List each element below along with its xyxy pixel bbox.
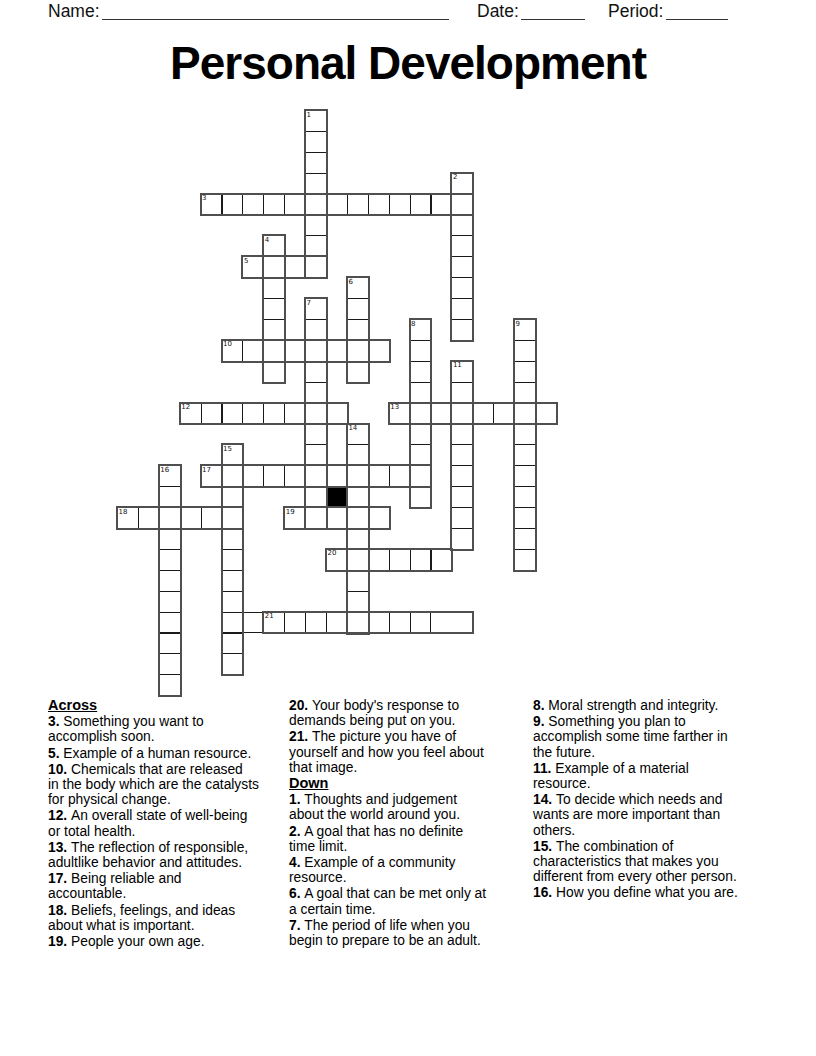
- worksheet-page: { "game": "crossword", "title": "Persona…: [0, 0, 816, 1056]
- cell-r22-c11[interactable]: [347, 570, 369, 592]
- cell-r18-c16[interactable]: [451, 486, 473, 508]
- clue-12-line-1: 12. An overall state of well-being: [48, 808, 290, 823]
- cell-r4-c6[interactable]: [242, 194, 264, 216]
- cell-r13-c19[interactable]: [514, 382, 536, 404]
- clue-9-line-1: 9. Something you plan to: [533, 714, 779, 729]
- cell-r11-c12[interactable]: [368, 340, 390, 362]
- clue-7-line-2: begin to prepare to be an adult.: [289, 933, 527, 948]
- cell-r17-c13[interactable]: [389, 465, 411, 487]
- clue-number-21: 21: [265, 613, 274, 620]
- cell-r17-c9[interactable]: [305, 465, 327, 487]
- clue-17-line-2: accountable.: [48, 886, 290, 901]
- cell-r7-c8[interactable]: [284, 256, 306, 278]
- cell-r19-c11[interactable]: [347, 507, 369, 529]
- clue-2-line-1: 2. A goal that has no definite: [289, 824, 527, 839]
- cell-r19-c1[interactable]: [138, 507, 160, 529]
- cell-r23-c11[interactable]: [347, 591, 369, 613]
- clue-21-line-3: that image.: [289, 760, 527, 775]
- cell-r22-c5[interactable]: [222, 570, 244, 592]
- cell-r3-c9[interactable]: [305, 173, 327, 195]
- cell-r14-c17[interactable]: [472, 403, 494, 425]
- cell-r4-c12[interactable]: [368, 194, 390, 216]
- cell-r19-c9[interactable]: [305, 507, 327, 529]
- cell-r2-c9[interactable]: [305, 152, 327, 174]
- clue-number-20: 20: [328, 550, 337, 557]
- cell-r15-c14[interactable]: [410, 424, 432, 446]
- cell-r24-c10[interactable]: [326, 612, 348, 634]
- cell-r14-c19[interactable]: [514, 403, 536, 425]
- cell-r17-c11[interactable]: [347, 465, 369, 487]
- clue-11: 11. Example of a materialresource.: [533, 761, 779, 791]
- clue-18: 18. Beliefs, feelings, and ideasabout wh…: [48, 903, 290, 933]
- cell-r17-c14[interactable]: [410, 465, 432, 487]
- cell-r20-c19[interactable]: [514, 528, 536, 550]
- cell-r24-c14[interactable]: [410, 612, 432, 634]
- clue-21-line-1: 21. The picture you have of: [289, 729, 527, 744]
- clue-20: 20. Your body's response todemands being…: [289, 698, 527, 728]
- clue-21-line-2: yourself and how you feel about: [289, 745, 527, 760]
- cell-r4-c11[interactable]: [347, 194, 369, 216]
- clue-number-7: 7: [307, 300, 311, 307]
- cell-r4-c9[interactable]: [305, 194, 327, 216]
- cell-r4-c10[interactable]: [326, 194, 348, 216]
- cell-r4-c13[interactable]: [389, 194, 411, 216]
- clue-3: 3. Something you want toaccomplish soon.: [48, 714, 290, 744]
- cell-r4-c5[interactable]: [222, 194, 244, 216]
- page-title: Personal Development: [0, 36, 816, 90]
- cell-r24-c13[interactable]: [389, 612, 411, 634]
- cell-r8-c16[interactable]: [451, 277, 473, 299]
- cell-r14-c18[interactable]: [493, 403, 515, 425]
- clue-18-line-2: about what is important.: [48, 918, 290, 933]
- cell-r20-c11[interactable]: [347, 528, 369, 550]
- cell-r17-c6[interactable]: [242, 465, 264, 487]
- clue-list-header-across: Across: [48, 698, 290, 713]
- clue-4: 4. Example of a communityresource.: [289, 855, 527, 885]
- cell-r25-c2[interactable]: [159, 633, 181, 655]
- clue-4-line-2: resource.: [289, 870, 527, 885]
- cell-r21-c19[interactable]: [514, 549, 536, 571]
- cell-r18-c14[interactable]: [410, 486, 432, 508]
- clue-18-line-1: 18. Beliefs, feelings, and ideas: [48, 903, 290, 918]
- cell-r18-c19[interactable]: [514, 486, 536, 508]
- name-label: Name:: [48, 1, 100, 22]
- cell-r7-c9[interactable]: [305, 256, 327, 278]
- cell-r26-c5[interactable]: [222, 653, 244, 675]
- clue-number-3: 3: [202, 195, 206, 202]
- cell-r19-c5[interactable]: [222, 507, 244, 529]
- cell-r21-c13[interactable]: [389, 549, 411, 571]
- cell-r12-c11[interactable]: [347, 361, 369, 383]
- cell-r14-c16[interactable]: [451, 403, 473, 425]
- cell-r19-c16[interactable]: [451, 507, 473, 529]
- cell-r24-c8[interactable]: [284, 612, 306, 634]
- cell-r21-c2[interactable]: [159, 549, 181, 571]
- cell-r19-c2[interactable]: [159, 507, 181, 529]
- cell-r11-c6[interactable]: [242, 340, 264, 362]
- clue-17-line-1: 17. Being reliable and: [48, 871, 290, 886]
- cell-r21-c14[interactable]: [410, 549, 432, 571]
- clue-20-line-2: demands being put on you.: [289, 713, 527, 728]
- clue-14: 14. To decide which needs andwants are m…: [533, 792, 779, 838]
- cell-r6-c9[interactable]: [305, 235, 327, 257]
- cell-r13-c9[interactable]: [305, 382, 327, 404]
- clue-16: 16. How you define what you are.: [533, 885, 779, 900]
- cell-r18-c11[interactable]: [347, 486, 369, 508]
- cell-r10-c11[interactable]: [347, 319, 369, 341]
- cell-r15-c16[interactable]: [451, 424, 473, 446]
- clue-number-11: 11: [453, 362, 462, 369]
- cell-r16-c16[interactable]: [451, 444, 473, 466]
- clue-number-9: 9: [516, 321, 520, 328]
- clue-19-line-1: 19. People your own age.: [48, 934, 290, 949]
- clue-16-line-1: 16. How you define what you are.: [533, 885, 779, 900]
- clue-number-19: 19: [286, 509, 295, 516]
- cell-r19-c10[interactable]: [326, 507, 348, 529]
- period-label: Period:: [608, 1, 663, 22]
- cell-r17-c10[interactable]: [326, 465, 348, 487]
- date-label: Date:: [477, 1, 519, 22]
- cell-r14-c20[interactable]: [535, 403, 557, 425]
- cell-r20-c2[interactable]: [159, 528, 181, 550]
- cell-r14-c8[interactable]: [284, 403, 306, 425]
- clue-4-line-1: 4. Example of a community: [289, 855, 527, 870]
- clues-column-1: Across3. Something you want toaccomplish…: [48, 698, 290, 950]
- cell-r27-c2[interactable]: [159, 674, 181, 696]
- clues-column-3: 8. Moral strength and integrity.9. Somet…: [533, 698, 779, 902]
- clue-14-line-2: wants are more important than: [533, 807, 779, 822]
- clue-13-line-1: 13. The reflection of responsible,: [48, 840, 290, 855]
- period-blank-line[interactable]: [666, 19, 728, 20]
- clue-17: 17. Being reliable andaccountable.: [48, 871, 290, 901]
- clue-6-line-1: 6. A goal that can be met only at: [289, 886, 527, 901]
- cell-r4-c15[interactable]: [431, 194, 453, 216]
- clue-20-line-1: 20. Your body's response to: [289, 698, 527, 713]
- cell-r11-c7[interactable]: [263, 340, 285, 362]
- cell-r14-c10[interactable]: [326, 403, 348, 425]
- cell-r5-c9[interactable]: [305, 215, 327, 237]
- cell-r26-c2[interactable]: [159, 653, 181, 675]
- clue-21: 21. The picture you have ofyourself and …: [289, 729, 527, 775]
- cell-r11-c9[interactable]: [305, 340, 327, 362]
- cell-r16-c19[interactable]: [514, 444, 536, 466]
- crossword-grid: 123456789101112131415161718192021: [117, 110, 556, 696]
- clue-13-line-2: adultlike behavior and attitudes.: [48, 855, 290, 870]
- clue-3-line-2: accomplish soon.: [48, 729, 290, 744]
- cell-r13-c16[interactable]: [451, 382, 473, 404]
- cell-r20-c5[interactable]: [222, 528, 244, 550]
- clue-number-1: 1: [307, 112, 311, 119]
- clue-number-8: 8: [411, 321, 415, 328]
- clue-19: 19. People your own age.: [48, 934, 290, 949]
- cell-r11-c8[interactable]: [284, 340, 306, 362]
- cell-r17-c19[interactable]: [514, 465, 536, 487]
- cell-r4-c16[interactable]: [451, 194, 473, 216]
- clue-6: 6. A goal that can be met only ata certa…: [289, 886, 527, 916]
- cell-r14-c4[interactable]: [201, 403, 223, 425]
- clue-number-2: 2: [453, 174, 457, 181]
- cell-r24-c11[interactable]: [347, 612, 369, 634]
- cell-r9-c7[interactable]: [263, 298, 285, 320]
- cell-r7-c16[interactable]: [451, 256, 473, 278]
- cell-r24-c12[interactable]: [368, 612, 390, 634]
- cell-r12-c9[interactable]: [305, 361, 327, 383]
- clue-number-4: 4: [265, 237, 269, 244]
- cell-r4-c14[interactable]: [410, 194, 432, 216]
- cell-r17-c12[interactable]: [368, 465, 390, 487]
- clue-15-line-1: 15. The combination of: [533, 839, 779, 854]
- cell-r17-c8[interactable]: [284, 465, 306, 487]
- cell-r24-c6[interactable]: [242, 612, 264, 634]
- clue-5-line-1: 5. Example of a human resource.: [48, 746, 290, 761]
- clue-number-14: 14: [348, 425, 357, 432]
- clue-number-18: 18: [119, 509, 128, 516]
- cell-r19-c19[interactable]: [514, 507, 536, 529]
- clue-14-line-3: others.: [533, 823, 779, 838]
- clue-number-17: 17: [202, 467, 211, 474]
- cell-r9-c16[interactable]: [451, 298, 473, 320]
- clue-12-line-2: or total health.: [48, 824, 290, 839]
- clue-7-line-1: 7. The period of life when you: [289, 918, 527, 933]
- clue-9-line-2: accomplish some time farther in: [533, 729, 779, 744]
- cell-r7-c7[interactable]: [263, 256, 285, 278]
- cell-r13-c14[interactable]: [410, 382, 432, 404]
- cell-r14-c14[interactable]: [410, 403, 432, 425]
- cell-r16-c9[interactable]: [305, 444, 327, 466]
- clue-8-line-1: 8. Moral strength and integrity.: [533, 698, 779, 713]
- clue-14-line-1: 14. To decide which needs and: [533, 792, 779, 807]
- cell-r18-c5[interactable]: [222, 486, 244, 508]
- cell-r14-c6[interactable]: [242, 403, 264, 425]
- cell-r12-c19[interactable]: [514, 361, 536, 383]
- date-blank-line[interactable]: [521, 19, 585, 20]
- cell-r22-c2[interactable]: [159, 570, 181, 592]
- black-cell-r18-c10: [326, 486, 348, 508]
- cell-r18-c2[interactable]: [159, 486, 181, 508]
- cell-r10-c16[interactable]: [451, 319, 473, 341]
- cell-r4-c7[interactable]: [263, 194, 285, 216]
- cell-r10-c9[interactable]: [305, 319, 327, 341]
- cell-r14-c5[interactable]: [222, 403, 244, 425]
- cell-r11-c10[interactable]: [326, 340, 348, 362]
- cell-r21-c12[interactable]: [368, 549, 390, 571]
- cell-r4-c8[interactable]: [284, 194, 306, 216]
- cell-r8-c7[interactable]: [263, 277, 285, 299]
- cell-r21-c11[interactable]: [347, 549, 369, 571]
- clue-15-line-2: characteristics that makes you: [533, 854, 779, 869]
- clue-number-5: 5: [244, 258, 248, 265]
- clue-list-header-down: Down: [289, 776, 527, 791]
- clue-10-line-1: 10. Chemicals that are released: [48, 762, 290, 777]
- cell-r17-c16[interactable]: [451, 465, 473, 487]
- clue-1-line-1: 1. Thoughts and judgement: [289, 792, 527, 807]
- clue-number-12: 12: [181, 404, 190, 411]
- clue-number-6: 6: [348, 279, 352, 286]
- cell-r9-c11[interactable]: [347, 298, 369, 320]
- cell-r14-c15[interactable]: [431, 403, 453, 425]
- clue-9-line-3: the future.: [533, 745, 779, 760]
- cell-r6-c16[interactable]: [451, 235, 473, 257]
- cell-r5-c16[interactable]: [451, 215, 473, 237]
- clue-11-line-1: 11. Example of a material: [533, 761, 779, 776]
- cell-r11-c14[interactable]: [410, 340, 432, 362]
- clue-12: 12. An overall state of well-beingor tot…: [48, 808, 290, 838]
- clue-2-line-2: time limit.: [289, 839, 527, 854]
- cell-r23-c5[interactable]: [222, 591, 244, 613]
- clue-10: 10. Chemicals that are releasedin the bo…: [48, 762, 290, 808]
- cell-r21-c5[interactable]: [222, 549, 244, 571]
- clue-11-line-2: resource.: [533, 776, 779, 791]
- cell-r12-c14[interactable]: [410, 361, 432, 383]
- name-blank-line[interactable]: [102, 19, 449, 20]
- clue-13: 13. The reflection of responsible,adultl…: [48, 840, 290, 870]
- clue-5: 5. Example of a human resource.: [48, 746, 290, 761]
- cell-r19-c3[interactable]: [180, 507, 202, 529]
- cell-r18-c9[interactable]: [305, 486, 327, 508]
- clue-number-16: 16: [160, 467, 169, 474]
- cell-r11-c11[interactable]: [347, 340, 369, 362]
- cell-r21-c15[interactable]: [431, 549, 453, 571]
- clue-15: 15. The combination ofcharacteristics th…: [533, 839, 779, 885]
- cell-r19-c12[interactable]: [368, 507, 390, 529]
- clues-column-2: 20. Your body's response todemands being…: [289, 698, 527, 949]
- cell-r1-c9[interactable]: [305, 131, 327, 153]
- cell-r23-c2[interactable]: [159, 591, 181, 613]
- clue-8: 8. Moral strength and integrity.: [533, 698, 779, 713]
- cell-r16-c11[interactable]: [347, 444, 369, 466]
- clue-3-line-1: 3. Something you want to: [48, 714, 290, 729]
- clue-number-10: 10: [223, 341, 232, 348]
- clue-10-line-2: in the body which are the catalysts: [48, 777, 290, 792]
- cell-r24-c9[interactable]: [305, 612, 327, 634]
- cell-r10-c7[interactable]: [263, 319, 285, 341]
- cell-r24-c5[interactable]: [222, 612, 244, 634]
- clue-10-line-3: for physical change.: [48, 792, 290, 807]
- clue-number-15: 15: [223, 446, 232, 453]
- cell-r14-c7[interactable]: [263, 403, 285, 425]
- cell-r16-c14[interactable]: [410, 444, 432, 466]
- cell-r12-c7[interactable]: [263, 361, 285, 383]
- clue-1: 1. Thoughts and judgementabout the world…: [289, 792, 527, 822]
- clue-6-line-2: a certain time.: [289, 902, 527, 917]
- cell-r19-c4[interactable]: [201, 507, 223, 529]
- clue-15-line-3: different from every other person.: [533, 869, 779, 884]
- clue-1-line-2: about the world around you.: [289, 807, 527, 822]
- cell-r15-c9[interactable]: [305, 424, 327, 446]
- clue-2: 2. A goal that has no definitetime limit…: [289, 824, 527, 854]
- cell-r17-c5[interactable]: [222, 465, 244, 487]
- clue-number-13: 13: [390, 404, 399, 411]
- cell-r25-c5[interactable]: [222, 633, 244, 655]
- cell-r11-c19[interactable]: [514, 340, 536, 362]
- cell-r17-c7[interactable]: [263, 465, 285, 487]
- cell-r20-c16[interactable]: [451, 528, 473, 550]
- clue-7: 7. The period of life when youbegin to p…: [289, 918, 527, 948]
- cell-r24-c2[interactable]: [159, 612, 181, 634]
- clue-9: 9. Something you plan toaccomplish some …: [533, 714, 779, 760]
- cell-r15-c19[interactable]: [514, 424, 536, 446]
- cell-r14-c9[interactable]: [305, 403, 327, 425]
